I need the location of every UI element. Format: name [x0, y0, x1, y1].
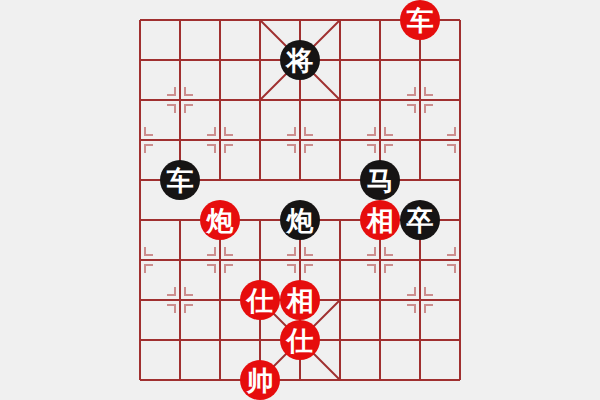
- board-point-4-1: 将: [280, 40, 320, 80]
- piece-red-elephant-2[interactable]: 相: [280, 280, 320, 320]
- piece-black-soldier[interactable]: 卒: [400, 200, 440, 240]
- board-point-1-4: 车: [160, 160, 200, 200]
- piece-layer: 车将车马炮炮相卒仕相仕帅: [120, 0, 480, 400]
- piece-black-chariot[interactable]: 车: [160, 160, 200, 200]
- piece-red-advisor-2[interactable]: 仕: [280, 320, 320, 360]
- piece-red-chariot[interactable]: 车: [400, 0, 440, 40]
- piece-red-advisor-1[interactable]: 仕: [240, 280, 280, 320]
- board-point-6-4: 马: [360, 160, 400, 200]
- board-point-7-0: 车: [400, 0, 440, 40]
- piece-black-horse[interactable]: 马: [360, 160, 400, 200]
- piece-black-general[interactable]: 将: [280, 40, 320, 80]
- board-point-2-5: 炮: [200, 200, 240, 240]
- piece-red-general[interactable]: 帅: [240, 360, 280, 400]
- piece-red-cannon[interactable]: 炮: [200, 200, 240, 240]
- piece-black-cannon[interactable]: 炮: [280, 200, 320, 240]
- xiangqi-position-diagram: 车将车马炮炮相卒仕相仕帅: [0, 0, 600, 400]
- board-point-6-5: 相: [360, 200, 400, 240]
- piece-red-elephant-1[interactable]: 相: [360, 200, 400, 240]
- board-point-3-7: 仕: [240, 280, 280, 320]
- board-point-7-5: 卒: [400, 200, 440, 240]
- board-point-3-9: 帅: [240, 360, 280, 400]
- board-point-4-7: 相: [280, 280, 320, 320]
- board-point-4-5: 炮: [280, 200, 320, 240]
- board-point-4-8: 仕: [280, 320, 320, 360]
